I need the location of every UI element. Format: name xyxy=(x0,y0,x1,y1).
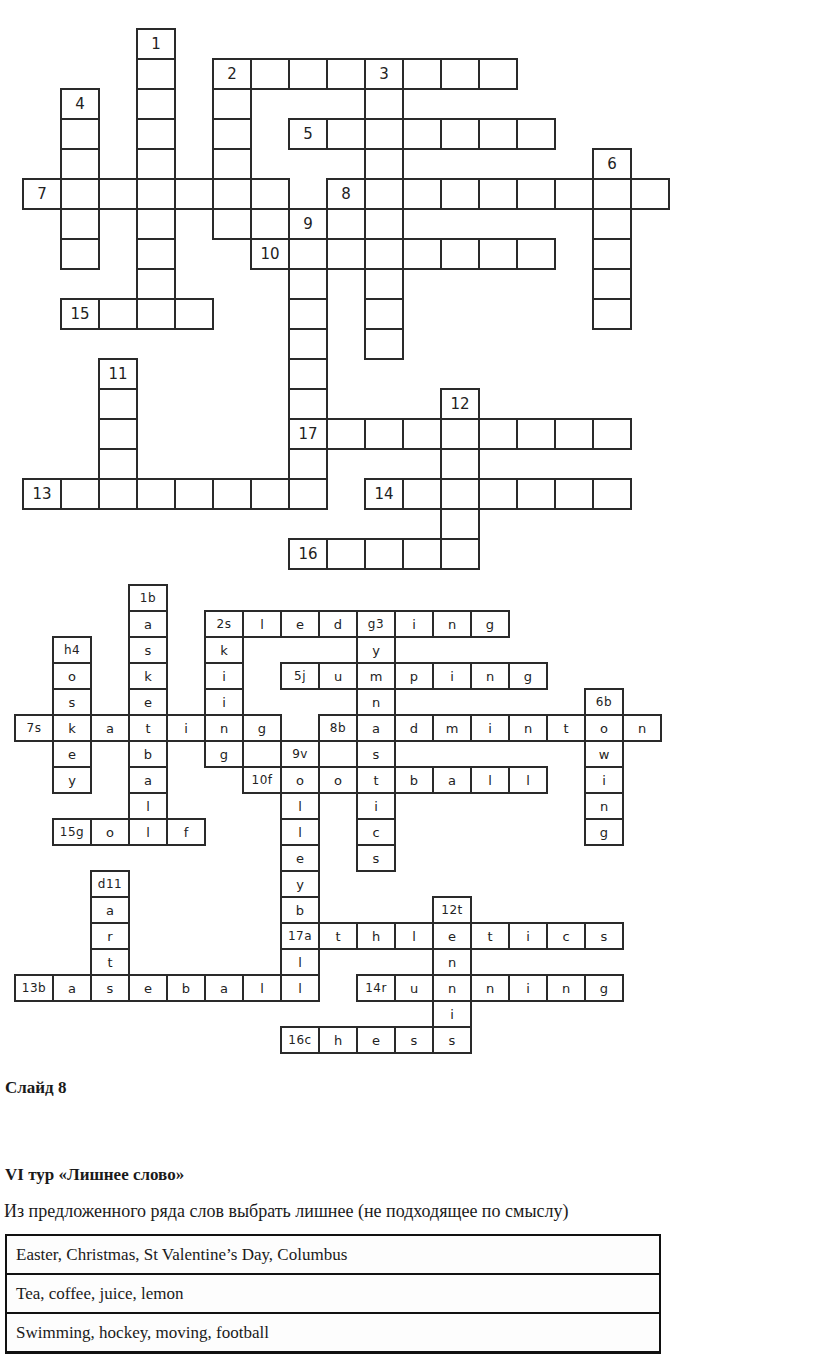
grid-cell: g xyxy=(204,740,244,768)
grid-cell: i xyxy=(508,974,548,1002)
grid-cell xyxy=(326,538,366,570)
grid-cell xyxy=(288,298,328,330)
crossword-empty-grid: 1234567891710111213141516 xyxy=(22,28,670,600)
grid-cell: 7s xyxy=(14,714,54,742)
grid-cell xyxy=(440,178,480,210)
grid-cell: y xyxy=(280,870,320,898)
grid-cell xyxy=(288,268,328,300)
grid-cell: 15 xyxy=(60,298,100,330)
grid-cell: l xyxy=(280,792,320,820)
grid-cell: a xyxy=(90,714,130,742)
grid-cell xyxy=(136,148,176,180)
grid-cell xyxy=(212,118,252,150)
grid-cell xyxy=(364,298,404,330)
grid-cell xyxy=(364,118,404,150)
grid-cell: 4 xyxy=(60,88,100,120)
grid-cell xyxy=(516,478,556,510)
grid-cell: 9v xyxy=(280,740,320,768)
grid-cell: 8 xyxy=(326,178,366,210)
grid-cell: h xyxy=(356,922,396,950)
grid-cell: i xyxy=(356,792,396,820)
grid-cell xyxy=(288,238,328,270)
grid-cell xyxy=(98,388,138,420)
grid-cell: 2 xyxy=(212,58,252,90)
grid-cell xyxy=(440,58,480,90)
grid-cell: a xyxy=(432,766,472,794)
grid-cell: c xyxy=(356,818,396,846)
grid-cell: o xyxy=(90,818,130,846)
grid-cell xyxy=(364,268,404,300)
grid-cell xyxy=(98,478,138,510)
grid-cell xyxy=(364,418,404,450)
grid-cell xyxy=(174,478,214,510)
grid-cell: y xyxy=(356,636,396,664)
grid-cell: b xyxy=(128,740,168,768)
grid-cell xyxy=(364,88,404,120)
grid-cell: n xyxy=(432,610,472,638)
grid-cell xyxy=(364,538,404,570)
grid-cell: b xyxy=(280,896,320,924)
grid-cell: o xyxy=(52,662,92,690)
grid-cell: l xyxy=(280,818,320,846)
grid-cell: n xyxy=(356,688,396,716)
grid-cell: i xyxy=(204,662,244,690)
grid-cell: 9 xyxy=(288,208,328,240)
grid-cell xyxy=(98,418,138,450)
grid-cell: p xyxy=(394,662,434,690)
grid-cell xyxy=(136,118,176,150)
odd-word-row: Tea, coffee, juice, lemon xyxy=(7,1275,659,1314)
grid-cell: l xyxy=(128,818,168,846)
grid-cell: i xyxy=(166,714,206,742)
grid-cell xyxy=(364,238,404,270)
grid-cell xyxy=(136,58,176,90)
grid-cell xyxy=(554,178,594,210)
grid-cell: 16 xyxy=(288,538,328,570)
grid-cell xyxy=(136,208,176,240)
grid-cell xyxy=(440,118,480,150)
grid-cell: n xyxy=(470,662,510,690)
grid-cell: 13b xyxy=(14,974,54,1002)
grid-cell xyxy=(60,208,100,240)
grid-cell xyxy=(60,478,100,510)
grid-cell xyxy=(98,298,138,330)
grid-cell xyxy=(136,298,176,330)
grid-cell: 2s xyxy=(204,610,244,638)
grid-cell xyxy=(440,238,480,270)
grid-cell xyxy=(212,178,252,210)
grid-cell xyxy=(478,58,518,90)
grid-cell: i xyxy=(432,662,472,690)
grid-cell: 1b xyxy=(128,584,168,612)
grid-cell xyxy=(136,178,176,210)
grid-cell xyxy=(478,238,518,270)
grid-cell: 7 xyxy=(22,178,62,210)
grid-cell xyxy=(364,208,404,240)
grid-cell xyxy=(364,148,404,180)
grid-cell xyxy=(592,208,632,240)
grid-cell: e xyxy=(52,740,92,768)
grid-cell: 15g xyxy=(52,818,92,846)
grid-cell: g xyxy=(242,714,282,742)
grid-cell xyxy=(440,478,480,510)
section-title: VI тур «Лишнее слово» xyxy=(5,1165,184,1185)
grid-cell: e xyxy=(128,974,168,1002)
grid-cell: t xyxy=(90,948,130,976)
grid-cell xyxy=(478,118,518,150)
grid-cell xyxy=(364,178,404,210)
odd-word-row: Swimming, hockey, moving, football xyxy=(7,1314,659,1353)
grid-cell xyxy=(326,238,366,270)
grid-cell: k xyxy=(128,662,168,690)
grid-cell: n xyxy=(622,714,662,742)
grid-cell: 5 xyxy=(288,118,328,150)
grid-cell: g xyxy=(584,818,624,846)
grid-cell: 10 xyxy=(250,238,290,270)
grid-cell xyxy=(440,508,480,540)
grid-cell: h4 xyxy=(52,636,92,664)
grid-cell: l xyxy=(242,610,282,638)
odd-word-table: Easter, Christmas, St Valentine’s Day, C… xyxy=(5,1234,661,1354)
grid-cell xyxy=(440,448,480,480)
grid-cell: s xyxy=(356,844,396,872)
grid-cell xyxy=(516,418,556,450)
grid-cell: a xyxy=(356,714,396,742)
grid-cell: m xyxy=(432,714,472,742)
grid-cell: s xyxy=(128,636,168,664)
grid-cell: i xyxy=(432,1000,472,1028)
grid-cell xyxy=(136,478,176,510)
grid-cell: o xyxy=(280,766,320,794)
grid-cell: 17 xyxy=(288,418,328,450)
grid-cell: n xyxy=(432,974,472,1002)
grid-cell: t xyxy=(546,714,586,742)
grid-cell: f xyxy=(166,818,206,846)
grid-cell xyxy=(136,268,176,300)
grid-cell: l xyxy=(128,792,168,820)
grid-cell: d xyxy=(318,610,358,638)
grid-cell: o xyxy=(584,714,624,742)
grid-cell: n xyxy=(508,714,548,742)
grid-cell xyxy=(630,178,670,210)
grid-cell: l xyxy=(470,766,510,794)
grid-cell: 1 xyxy=(136,28,176,60)
grid-cell xyxy=(402,58,442,90)
grid-cell: g3 xyxy=(356,610,396,638)
instruction-text: Из предложенного ряда слов выбрать лишне… xyxy=(4,1201,568,1222)
grid-cell xyxy=(288,58,328,90)
slide-label: Слайд 8 xyxy=(5,1078,66,1098)
grid-cell xyxy=(60,148,100,180)
grid-cell xyxy=(288,358,328,390)
grid-cell xyxy=(592,478,632,510)
odd-word-row: Easter, Christmas, St Valentine’s Day, C… xyxy=(7,1236,659,1275)
grid-cell: s xyxy=(584,922,624,950)
grid-cell: t xyxy=(128,714,168,742)
grid-cell: n xyxy=(432,948,472,976)
grid-cell: n xyxy=(470,974,510,1002)
grid-cell: b xyxy=(394,766,434,794)
grid-cell xyxy=(326,418,366,450)
grid-cell xyxy=(250,478,290,510)
grid-cell xyxy=(326,58,366,90)
grid-cell xyxy=(516,238,556,270)
grid-cell xyxy=(212,478,252,510)
grid-cell: s xyxy=(90,974,130,1002)
grid-cell xyxy=(288,448,328,480)
grid-cell: u xyxy=(318,662,358,690)
grid-cell xyxy=(288,478,328,510)
grid-cell: b xyxy=(166,974,206,1002)
grid-cell: 16c xyxy=(280,1026,320,1054)
grid-cell xyxy=(174,298,214,330)
grid-cell: e xyxy=(128,688,168,716)
grid-cell: l xyxy=(280,974,320,1002)
grid-cell xyxy=(136,238,176,270)
grid-cell: t xyxy=(470,922,510,950)
grid-cell: s xyxy=(356,740,396,768)
grid-cell: n xyxy=(546,974,586,1002)
grid-cell xyxy=(60,178,100,210)
grid-cell: t xyxy=(318,922,358,950)
grid-cell xyxy=(592,268,632,300)
grid-cell: r xyxy=(90,922,130,950)
grid-cell xyxy=(250,178,290,210)
grid-cell: 13 xyxy=(22,478,62,510)
grid-cell: n xyxy=(584,792,624,820)
grid-cell xyxy=(402,118,442,150)
grid-cell: m xyxy=(356,662,396,690)
grid-cell xyxy=(440,538,480,570)
grid-cell: y xyxy=(52,766,92,794)
grid-cell: 11 xyxy=(98,358,138,390)
grid-cell: i xyxy=(394,610,434,638)
grid-cell xyxy=(364,328,404,360)
grid-cell: 6b xyxy=(584,688,624,716)
crossword-solved-grid: 1basketball2sledg3ingkiingymnasticsh4osk… xyxy=(14,584,662,1054)
grid-cell xyxy=(478,178,518,210)
grid-cell: 14r xyxy=(356,974,396,1002)
grid-cell xyxy=(136,88,176,120)
grid-cell: d xyxy=(394,714,434,742)
grid-cell: k xyxy=(204,636,244,664)
grid-cell: 5j xyxy=(280,662,320,690)
grid-cell: g xyxy=(470,610,510,638)
grid-cell: o xyxy=(318,766,358,794)
grid-cell xyxy=(212,88,252,120)
grid-cell: g xyxy=(508,662,548,690)
grid-cell: e xyxy=(280,610,320,638)
grid-cell xyxy=(402,478,442,510)
grid-cell xyxy=(402,238,442,270)
grid-cell: 8b xyxy=(318,714,358,742)
grid-cell: e xyxy=(432,922,472,950)
grid-cell: i xyxy=(584,766,624,794)
grid-cell: 12 xyxy=(440,388,480,420)
grid-cell xyxy=(402,538,442,570)
grid-cell: u xyxy=(394,974,434,1002)
grid-cell: h xyxy=(318,1026,358,1054)
grid-cell: l xyxy=(508,766,548,794)
grid-cell xyxy=(592,418,632,450)
grid-cell xyxy=(326,118,366,150)
grid-cell xyxy=(592,298,632,330)
page: 1234567891710111213141516 1basketball2sl… xyxy=(0,0,816,1354)
grid-cell: 10f xyxy=(242,766,282,794)
grid-cell xyxy=(592,238,632,270)
grid-cell xyxy=(174,178,214,210)
grid-cell: w xyxy=(584,740,624,768)
grid-cell: a xyxy=(52,974,92,1002)
grid-cell: e xyxy=(280,844,320,872)
grid-cell xyxy=(402,178,442,210)
grid-cell: g xyxy=(584,974,624,1002)
grid-cell: a xyxy=(204,974,244,1002)
grid-cell xyxy=(288,388,328,420)
grid-cell: s xyxy=(52,688,92,716)
grid-cell xyxy=(288,328,328,360)
grid-cell xyxy=(554,478,594,510)
grid-cell xyxy=(212,148,252,180)
grid-cell xyxy=(98,178,138,210)
grid-cell: 17a xyxy=(280,922,320,950)
grid-cell xyxy=(554,418,594,450)
grid-cell: 14 xyxy=(364,478,404,510)
grid-cell: t xyxy=(356,766,396,794)
grid-cell xyxy=(212,208,252,240)
grid-cell xyxy=(516,118,556,150)
grid-cell: l xyxy=(394,922,434,950)
grid-cell: i xyxy=(204,688,244,716)
grid-cell xyxy=(516,178,556,210)
grid-cell: a xyxy=(128,766,168,794)
grid-cell xyxy=(440,418,480,450)
grid-cell: e xyxy=(356,1026,396,1054)
grid-cell: n xyxy=(204,714,244,742)
grid-cell: l xyxy=(280,948,320,976)
grid-cell: l xyxy=(242,974,282,1002)
grid-cell: a xyxy=(128,610,168,638)
grid-cell xyxy=(478,418,518,450)
grid-cell: 12t xyxy=(432,896,472,924)
grid-cell: d11 xyxy=(90,870,130,898)
grid-cell: 3 xyxy=(364,58,404,90)
grid-cell: a xyxy=(90,896,130,924)
grid-cell xyxy=(60,118,100,150)
grid-cell: c xyxy=(546,922,586,950)
grid-cell: 6 xyxy=(592,148,632,180)
grid-cell: i xyxy=(508,922,548,950)
grid-cell: s xyxy=(394,1026,434,1054)
grid-cell: k xyxy=(52,714,92,742)
grid-cell: i xyxy=(470,714,510,742)
grid-cell xyxy=(402,418,442,450)
grid-cell: s xyxy=(432,1026,472,1054)
grid-cell xyxy=(98,448,138,480)
grid-cell xyxy=(478,478,518,510)
grid-cell xyxy=(60,238,100,270)
grid-cell xyxy=(250,58,290,90)
grid-cell xyxy=(592,178,632,210)
